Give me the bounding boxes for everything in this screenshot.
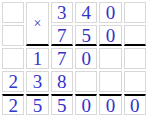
partial-product-2-digit: 3 (26, 71, 48, 92)
cell-r3c5 (99, 48, 121, 69)
multiplicand-digit-hundreds: 3 (51, 2, 73, 23)
product-digit: 2 (2, 94, 24, 115)
cell-r4c4 (75, 71, 97, 92)
partial-product-1-digit: 1 (26, 48, 48, 69)
product-digit: 5 (26, 94, 48, 115)
multiplier-digit-hundreds: 7 (51, 25, 73, 46)
multiplication-grid: ×340750170238255000 (0, 0, 148, 117)
multiply-sign: × (26, 2, 48, 46)
partial-product-2-digit: 8 (51, 71, 73, 92)
product-digit: 5 (51, 94, 73, 115)
product-digit: 0 (99, 94, 121, 115)
partial-product-1-digit: 0 (75, 48, 97, 69)
partial-product-2-digit: 2 (2, 71, 24, 92)
product-digit: 0 (75, 94, 97, 115)
cell-r2c1 (2, 25, 24, 46)
cell-r1c1 (2, 2, 24, 23)
cell-r3c1 (2, 48, 24, 69)
cell-r4c5 (99, 71, 121, 92)
cell-r4c6 (124, 71, 146, 92)
cell-r2c6 (124, 25, 146, 46)
multiplicand-digit-ones: 0 (99, 2, 121, 23)
cell-r1c6 (124, 2, 146, 23)
partial-product-1-digit: 7 (51, 48, 73, 69)
cell-r3c6 (124, 48, 146, 69)
multiplicand-digit-tens: 4 (75, 2, 97, 23)
multiplier-digit-ones: 0 (99, 25, 121, 46)
multiplier-digit-tens: 5 (75, 25, 97, 46)
product-digit: 0 (124, 94, 146, 115)
